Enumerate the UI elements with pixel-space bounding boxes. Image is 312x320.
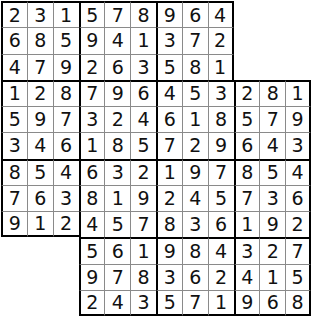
cell-r9c9: 6 <box>208 211 234 237</box>
cell-r4c2: 2 <box>27 80 53 106</box>
cell-r6c7: 7 <box>156 132 182 158</box>
cell-r5c7: 6 <box>156 106 182 132</box>
cell-r5c9: 8 <box>208 106 234 132</box>
puzzle-canvas: 2315789646859413724792635811287964532815… <box>0 0 312 320</box>
cell-r8c5: 1 <box>104 185 130 211</box>
cell-r5c1: 5 <box>1 106 27 132</box>
cell-r8c4: 8 <box>79 185 105 211</box>
cell-r4c3: 8 <box>53 80 79 106</box>
cell-r11c8: 6 <box>182 264 208 290</box>
cell-r8c9: 5 <box>208 185 234 211</box>
cell-r10c10: 3 <box>234 237 260 263</box>
sudoku-board: 2315789646859413724792635811287964532815… <box>1 1 311 316</box>
cell-r11c7: 3 <box>156 264 182 290</box>
cell-r2c6: 1 <box>130 27 156 53</box>
cell-r4c4: 7 <box>79 80 105 106</box>
cell-r10c11: 2 <box>259 237 285 263</box>
cell-r1c4: 5 <box>79 1 105 27</box>
cell-r4c7: 4 <box>156 80 182 106</box>
cell-r9c5: 5 <box>104 211 130 237</box>
cell-r3c3: 9 <box>53 54 79 80</box>
cell-r6c6: 5 <box>130 132 156 158</box>
cell-r3c6: 3 <box>130 54 156 80</box>
cell-r7c1: 8 <box>1 159 27 185</box>
cell-r9c7: 8 <box>156 211 182 237</box>
cell-r11c10: 4 <box>234 264 260 290</box>
cell-r10c7: 9 <box>156 237 182 263</box>
cell-r4c8: 5 <box>182 80 208 106</box>
cell-r6c12: 3 <box>285 132 311 158</box>
cell-r3c2: 7 <box>27 54 53 80</box>
cell-r8c2: 6 <box>27 185 53 211</box>
cell-r9c10: 1 <box>234 211 260 237</box>
cell-r11c6: 8 <box>130 264 156 290</box>
cell-r6c3: 6 <box>53 132 79 158</box>
cell-r12c12: 8 <box>285 290 311 316</box>
cell-r10c5: 6 <box>104 237 130 263</box>
cell-r6c1: 3 <box>1 132 27 158</box>
cell-r10c8: 8 <box>182 237 208 263</box>
cell-r9c6: 7 <box>130 211 156 237</box>
cell-r10c6: 1 <box>130 237 156 263</box>
cell-r1c6: 8 <box>130 1 156 27</box>
cell-r12c11: 6 <box>259 290 285 316</box>
cell-r2c1: 6 <box>1 27 27 53</box>
cell-r6c8: 2 <box>182 132 208 158</box>
cell-r7c5: 3 <box>104 159 130 185</box>
cell-r3c4: 2 <box>79 54 105 80</box>
cell-r5c5: 2 <box>104 106 130 132</box>
cell-r9c2: 1 <box>27 211 53 237</box>
cell-r5c6: 4 <box>130 106 156 132</box>
cell-r7c2: 5 <box>27 159 53 185</box>
cell-r1c5: 7 <box>104 1 130 27</box>
cell-r7c3: 4 <box>53 159 79 185</box>
cell-r5c3: 7 <box>53 106 79 132</box>
cell-r3c7: 5 <box>156 54 182 80</box>
cell-r2c5: 4 <box>104 27 130 53</box>
cell-r4c5: 9 <box>104 80 130 106</box>
cell-r7c6: 2 <box>130 159 156 185</box>
cell-r4c9: 3 <box>208 80 234 106</box>
cell-r10c9: 4 <box>208 237 234 263</box>
cell-r5c2: 9 <box>27 106 53 132</box>
cell-r1c8: 6 <box>182 1 208 27</box>
cell-r4c12: 1 <box>285 80 311 106</box>
cell-r12c10: 9 <box>234 290 260 316</box>
cell-r6c11: 4 <box>259 132 285 158</box>
cell-r6c4: 1 <box>79 132 105 158</box>
cell-r1c3: 1 <box>53 1 79 27</box>
cell-r6c10: 6 <box>234 132 260 158</box>
cell-r4c10: 2 <box>234 80 260 106</box>
cell-r8c10: 7 <box>234 185 260 211</box>
cell-r2c8: 7 <box>182 27 208 53</box>
cell-r5c4: 3 <box>79 106 105 132</box>
cell-r4c6: 6 <box>130 80 156 106</box>
cell-r5c12: 9 <box>285 106 311 132</box>
cell-r7c10: 8 <box>234 159 260 185</box>
cell-r2c9: 2 <box>208 27 234 53</box>
cell-r7c11: 5 <box>259 159 285 185</box>
cell-r8c6: 9 <box>130 185 156 211</box>
cell-r9c3: 2 <box>53 211 79 237</box>
cell-r8c1: 7 <box>1 185 27 211</box>
cell-r6c5: 8 <box>104 132 130 158</box>
cell-r3c1: 4 <box>1 54 27 80</box>
cell-r9c12: 2 <box>285 211 311 237</box>
cell-r6c2: 4 <box>27 132 53 158</box>
cell-r1c9: 4 <box>208 1 234 27</box>
cell-r11c12: 5 <box>285 264 311 290</box>
cell-r4c1: 1 <box>1 80 27 106</box>
cell-r8c3: 3 <box>53 185 79 211</box>
cell-r3c8: 8 <box>182 54 208 80</box>
cell-r5c8: 1 <box>182 106 208 132</box>
cell-r1c2: 3 <box>27 1 53 27</box>
cell-r10c12: 7 <box>285 237 311 263</box>
cell-r6c9: 9 <box>208 132 234 158</box>
cell-r8c7: 2 <box>156 185 182 211</box>
cell-r10c4: 5 <box>79 237 105 263</box>
cell-r9c4: 4 <box>79 211 105 237</box>
cell-r4c11: 8 <box>259 80 285 106</box>
cell-r5c10: 5 <box>234 106 260 132</box>
cell-r9c1: 9 <box>1 211 27 237</box>
cell-r9c8: 3 <box>182 211 208 237</box>
cell-r8c12: 6 <box>285 185 311 211</box>
cell-r12c6: 3 <box>130 290 156 316</box>
cell-r12c8: 7 <box>182 290 208 316</box>
cell-r12c5: 4 <box>104 290 130 316</box>
cell-r2c2: 8 <box>27 27 53 53</box>
cell-r1c1: 2 <box>1 1 27 27</box>
cell-r11c9: 2 <box>208 264 234 290</box>
cell-r11c5: 7 <box>104 264 130 290</box>
cell-r7c12: 4 <box>285 159 311 185</box>
cell-r5c11: 7 <box>259 106 285 132</box>
cell-r3c5: 6 <box>104 54 130 80</box>
cell-r12c4: 2 <box>79 290 105 316</box>
cell-r2c7: 3 <box>156 27 182 53</box>
cell-r7c8: 9 <box>182 159 208 185</box>
cell-r3c9: 1 <box>208 54 234 80</box>
cell-r11c11: 1 <box>259 264 285 290</box>
cell-r8c11: 3 <box>259 185 285 211</box>
cell-r1c7: 9 <box>156 1 182 27</box>
cell-r7c7: 1 <box>156 159 182 185</box>
cell-r7c9: 7 <box>208 159 234 185</box>
cell-r9c11: 9 <box>259 211 285 237</box>
cell-r8c8: 4 <box>182 185 208 211</box>
cell-r12c9: 1 <box>208 290 234 316</box>
cell-r2c3: 5 <box>53 27 79 53</box>
cell-r11c4: 9 <box>79 264 105 290</box>
cell-r7c4: 6 <box>79 159 105 185</box>
cell-r12c7: 5 <box>156 290 182 316</box>
cell-r2c4: 9 <box>79 27 105 53</box>
